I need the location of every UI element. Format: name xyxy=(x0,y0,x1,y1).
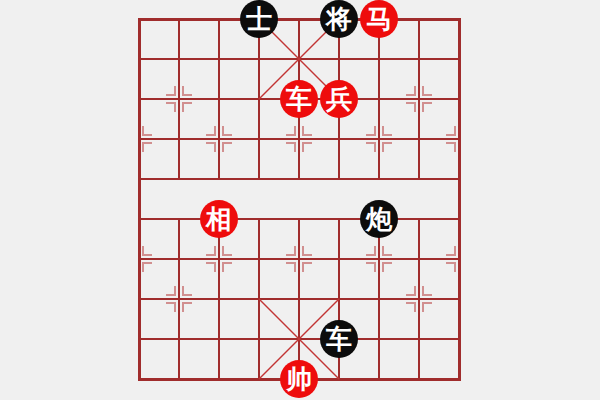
xiangqi-board[interactable]: 士将马车兵相炮车帅 xyxy=(119,0,479,399)
piece-black-general[interactable]: 将 xyxy=(320,0,358,38)
piece-red-general[interactable]: 帅 xyxy=(280,360,318,398)
piece-red-horse[interactable]: 马 xyxy=(360,0,398,38)
piece-black-cannon[interactable]: 炮 xyxy=(360,200,398,238)
piece-red-elephant[interactable]: 相 xyxy=(200,200,238,238)
piece-black-chariot[interactable]: 车 xyxy=(320,320,358,358)
piece-red-chariot[interactable]: 车 xyxy=(280,80,318,118)
piece-black-advisor[interactable]: 士 xyxy=(240,0,278,38)
piece-red-soldier[interactable]: 兵 xyxy=(320,80,358,118)
xiangqi-diagram: 士将马车兵相炮车帅 xyxy=(0,0,600,400)
